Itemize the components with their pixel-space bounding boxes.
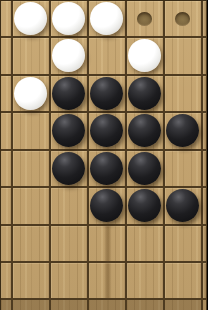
white-stone — [90, 2, 123, 35]
black-stone — [166, 189, 199, 222]
cell-r5-c6[interactable] — [165, 151, 203, 189]
hole-marker — [137, 12, 152, 26]
cell-r2-c6[interactable] — [165, 38, 203, 76]
cell-r1-c4[interactable] — [89, 1, 127, 38]
black-stone — [128, 114, 161, 147]
cell-r2-c1[interactable] — [1, 38, 13, 76]
cell-r6-c5[interactable] — [127, 188, 165, 226]
cell-r6-c1[interactable] — [1, 188, 13, 226]
cell-r3-c1[interactable] — [1, 76, 13, 114]
cell-r2-c2[interactable] — [13, 38, 51, 76]
cell-r1-c1[interactable] — [1, 1, 13, 38]
cell-r4-c6[interactable] — [165, 113, 203, 151]
black-stone — [52, 77, 85, 110]
cell-r4-c5[interactable] — [127, 113, 165, 151]
cell-r2-c7[interactable] — [203, 38, 208, 76]
black-stone — [90, 77, 123, 110]
cell-r3-c5[interactable] — [127, 76, 165, 114]
cell-r7-c4[interactable] — [89, 226, 127, 264]
cell-r9-c3[interactable] — [51, 300, 89, 310]
black-stone — [90, 114, 123, 147]
black-stone — [52, 114, 85, 147]
cell-r9-c2[interactable] — [13, 300, 51, 310]
cell-r5-c2[interactable] — [13, 151, 51, 189]
cell-r3-c4[interactable] — [89, 76, 127, 114]
cell-r8-c7[interactable] — [203, 263, 208, 300]
cell-r4-c2[interactable] — [13, 113, 51, 151]
white-stone — [52, 2, 85, 35]
hole-marker — [175, 12, 190, 26]
white-stone — [128, 39, 161, 72]
black-stone — [166, 114, 199, 147]
cell-r1-c2[interactable] — [13, 1, 51, 38]
cell-r1-c7[interactable] — [203, 1, 208, 38]
cell-r1-c6[interactable] — [165, 1, 203, 38]
cell-r6-c3[interactable] — [51, 188, 89, 226]
cell-r2-c5[interactable] — [127, 38, 165, 76]
cell-r1-c5[interactable] — [127, 1, 165, 38]
white-stone — [14, 77, 47, 110]
black-stone — [128, 189, 161, 222]
cell-r5-c5[interactable] — [127, 151, 165, 189]
cell-r6-c4[interactable] — [89, 188, 127, 226]
cell-r7-c7[interactable] — [203, 226, 208, 264]
cell-r3-c6[interactable] — [165, 76, 203, 114]
black-stone — [90, 189, 123, 222]
cell-r8-c1[interactable] — [1, 263, 13, 300]
cell-r9-c1[interactable] — [1, 300, 13, 310]
white-stone — [14, 2, 47, 35]
cell-r3-c2[interactable] — [13, 76, 51, 114]
black-stone — [128, 152, 161, 185]
cell-r3-c7[interactable] — [203, 76, 208, 114]
cell-r4-c4[interactable] — [89, 113, 127, 151]
cell-r5-c1[interactable] — [1, 151, 13, 189]
cell-r2-c3[interactable] — [51, 38, 89, 76]
black-stone — [90, 152, 123, 185]
cell-r9-c5[interactable] — [127, 300, 165, 310]
cell-r8-c2[interactable] — [13, 263, 51, 300]
cell-r4-c1[interactable] — [1, 113, 13, 151]
cell-r4-c7[interactable] — [203, 113, 208, 151]
board — [0, 0, 207, 310]
cell-r3-c3[interactable] — [51, 76, 89, 114]
cell-r9-c4[interactable] — [89, 300, 127, 310]
black-stone — [52, 152, 85, 185]
cell-r5-c4[interactable] — [89, 151, 127, 189]
cell-r8-c3[interactable] — [51, 263, 89, 300]
black-stone — [128, 77, 161, 110]
cell-r1-c3[interactable] — [51, 1, 89, 38]
cell-r6-c6[interactable] — [165, 188, 203, 226]
cell-r9-c7[interactable] — [203, 300, 208, 310]
cell-r7-c6[interactable] — [165, 226, 203, 264]
cell-r2-c4[interactable] — [89, 38, 127, 76]
cell-r7-c3[interactable] — [51, 226, 89, 264]
cell-r7-c1[interactable] — [1, 226, 13, 264]
cell-r8-c4[interactable] — [89, 263, 127, 300]
cell-r5-c3[interactable] — [51, 151, 89, 189]
cell-r6-c7[interactable] — [203, 188, 208, 226]
cell-r8-c5[interactable] — [127, 263, 165, 300]
cell-r7-c5[interactable] — [127, 226, 165, 264]
cell-r8-c6[interactable] — [165, 263, 203, 300]
cell-r5-c7[interactable] — [203, 151, 208, 189]
cell-r9-c6[interactable] — [165, 300, 203, 310]
cell-r6-c2[interactable] — [13, 188, 51, 226]
cell-r4-c3[interactable] — [51, 113, 89, 151]
app-screen — [0, 0, 207, 310]
white-stone — [52, 39, 85, 72]
cell-r7-c2[interactable] — [13, 226, 51, 264]
